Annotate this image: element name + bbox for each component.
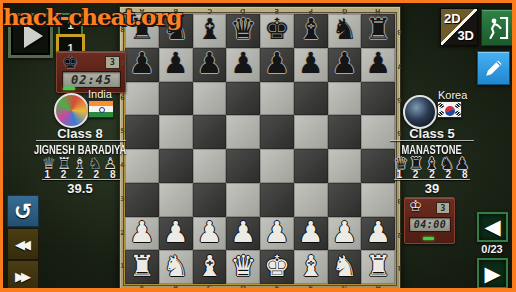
square-b7[interactable]: ♟: [159, 48, 193, 82]
square-e3[interactable]: [260, 183, 294, 217]
square-g3[interactable]: [328, 183, 362, 217]
piece-e2: ♟: [264, 218, 290, 247]
rank-label-6: 6: [397, 82, 402, 116]
square-e2[interactable]: ♟: [260, 217, 294, 251]
rank-label-3: 3: [397, 183, 402, 217]
piece-c1: ♝: [196, 252, 222, 281]
square-f5[interactable]: [294, 115, 328, 149]
piece-f2: ♟: [298, 218, 324, 247]
file-label-g: G: [328, 8, 362, 14]
rank-labels-left: 87654321: [120, 14, 125, 284]
file-label-e: E: [260, 8, 294, 14]
file-label-f: F: [294, 8, 328, 14]
square-d1[interactable]: ♛: [226, 250, 260, 284]
right-player-country: Korea: [438, 89, 467, 101]
square-h2[interactable]: ♟: [361, 217, 395, 251]
next-move-icon: ▶: [484, 262, 500, 286]
divider: [36, 140, 126, 141]
white-king-icon: ♔: [409, 199, 422, 214]
piece-c7: ♟: [196, 49, 222, 78]
fast-forward-icon: ▶▶: [15, 269, 27, 284]
file-label-b: B: [159, 285, 193, 291]
rewind-icon: ◀◀: [15, 237, 27, 252]
square-g4[interactable]: [328, 149, 362, 183]
left-player-class: Class 8: [30, 126, 130, 141]
trigram-icon: [438, 110, 444, 116]
square-g6[interactable]: [328, 82, 362, 116]
piece-d8: ♛: [230, 15, 256, 44]
divider: [42, 179, 120, 180]
left-player-country: India: [88, 88, 112, 100]
trigram-icon: [455, 110, 461, 116]
rotate-board-button[interactable]: ↺: [7, 195, 39, 227]
file-label-a: A: [125, 285, 159, 291]
square-d3[interactable]: [226, 183, 260, 217]
india-flag: [88, 100, 114, 118]
square-f3[interactable]: [294, 183, 328, 217]
piece-a7: ♟: [129, 49, 155, 78]
square-e7[interactable]: ♟: [260, 48, 294, 82]
black-clock-time: 02:45: [62, 71, 121, 88]
rank-label-4: 4: [397, 149, 402, 183]
piece-f1: ♝: [298, 252, 324, 281]
square-g7[interactable]: ♟: [328, 48, 362, 82]
square-d8[interactable]: ♛: [226, 14, 260, 48]
white-clock-count: 3: [436, 202, 450, 214]
previous-move-icon: ◀: [484, 215, 500, 239]
square-e6[interactable]: [260, 82, 294, 116]
rank-label-2: 2: [120, 217, 125, 251]
square-e4[interactable]: [260, 149, 294, 183]
divider: [390, 140, 474, 141]
black-clock-count: 3: [105, 56, 120, 69]
square-b6[interactable]: [159, 82, 193, 116]
ashoka-chakra-icon: [99, 107, 105, 113]
square-d2[interactable]: ♟: [226, 217, 260, 251]
white-turn-led: [423, 237, 434, 240]
square-c7[interactable]: ♟: [193, 48, 227, 82]
piece-h2: ♟: [365, 218, 391, 247]
trigram-icon: [438, 102, 444, 108]
rank-label-5: 5: [397, 115, 402, 149]
fast-forward-button[interactable]: ▶▶: [7, 260, 39, 292]
piece-b2: ♟: [163, 218, 189, 247]
file-label-c: C: [193, 285, 227, 291]
piece-g8: ♞: [331, 15, 357, 44]
square-c3[interactable]: [193, 183, 227, 217]
white-clock-panel: ♔ 3 04:00: [404, 197, 455, 244]
square-h6[interactable]: [361, 82, 395, 116]
piece-d1: ♛: [230, 252, 256, 281]
square-e1[interactable]: ♚: [260, 250, 294, 284]
square-c4[interactable]: [193, 149, 227, 183]
square-f7[interactable]: ♟: [294, 48, 328, 82]
square-h1[interactable]: ♜: [361, 250, 395, 284]
rewind-button[interactable]: ◀◀: [7, 228, 39, 260]
square-d5[interactable]: [226, 115, 260, 149]
square-b5[interactable]: [159, 115, 193, 149]
square-c8[interactable]: ♝: [193, 14, 227, 48]
square-d7[interactable]: ♟: [226, 48, 260, 82]
exit-button[interactable]: [481, 9, 514, 46]
file-label-c: C: [193, 8, 227, 14]
rank-label-5: 5: [120, 115, 125, 149]
next-move-button[interactable]: ▶: [477, 258, 508, 289]
square-g8[interactable]: ♞: [328, 14, 362, 48]
piece-e1: ♚: [264, 252, 290, 281]
rank-label-4: 4: [120, 149, 125, 183]
square-c1[interactable]: ♝: [193, 250, 227, 284]
file-label-h: H: [361, 285, 395, 291]
square-g2[interactable]: ♟: [328, 217, 362, 251]
pencil-icon: [483, 57, 505, 79]
square-b4[interactable]: [159, 149, 193, 183]
exit-door-icon: [486, 15, 510, 41]
piece-f8: ♝: [298, 15, 324, 44]
korea-flag: [437, 101, 462, 118]
previous-move-button[interactable]: ◀: [477, 212, 508, 242]
file-label-d: D: [226, 285, 260, 291]
rank-label-6: 6: [120, 82, 125, 116]
file-label-g: G: [328, 285, 362, 291]
taegeuk-icon: [445, 106, 455, 116]
rank-label-3: 3: [120, 183, 125, 217]
piece-d2: ♟: [230, 218, 256, 247]
3d-label: 3D: [457, 28, 474, 43]
file-label-d: D: [226, 8, 260, 14]
piece-g7: ♟: [331, 49, 357, 78]
square-g5[interactable]: [328, 115, 362, 149]
square-a3[interactable]: [125, 183, 159, 217]
square-c6[interactable]: [193, 82, 227, 116]
rank-label-2: 2: [397, 217, 402, 251]
file-labels-bottom: ABCDEFGH: [125, 285, 395, 291]
square-f1[interactable]: ♝: [294, 250, 328, 284]
file-label-h: H: [361, 8, 395, 14]
left-player-avatar: [54, 93, 89, 128]
square-b2[interactable]: ♟: [159, 217, 193, 251]
piece-e7: ♟: [264, 49, 290, 78]
square-b1[interactable]: ♞: [159, 250, 193, 284]
piece-a1: ♜: [129, 252, 155, 281]
piece-b1: ♞: [163, 252, 189, 281]
rank-labels-right: 87654321: [397, 14, 402, 284]
square-b3[interactable]: [159, 183, 193, 217]
square-c2[interactable]: ♟: [193, 217, 227, 251]
square-c5[interactable]: [193, 115, 227, 149]
square-d6[interactable]: [226, 82, 260, 116]
square-a1[interactable]: ♜: [125, 250, 159, 284]
file-label-e: E: [260, 285, 294, 291]
chess-app-screen: ABCDEFGH 87654321 87654321 ABCDEFGH ♜♞♝♛…: [0, 0, 516, 292]
square-f6[interactable]: [294, 82, 328, 116]
black-king-icon: ♚: [62, 53, 78, 71]
watermark: hack-cheat.org: [3, 3, 182, 30]
square-a7[interactable]: ♟: [125, 48, 159, 82]
piece-a2: ♟: [129, 218, 155, 247]
piece-c8: ♝: [196, 15, 222, 44]
square-g1[interactable]: ♞: [328, 250, 362, 284]
divider: [394, 179, 470, 180]
piece-f7: ♟: [298, 49, 324, 78]
rank-label-7: 7: [397, 48, 402, 82]
square-a2[interactable]: ♟: [125, 217, 159, 251]
board-squares: ♜♞♝♛♚♝♞♜♟♟♟♟♟♟♟♟♟♟♟♟♟♟♟♟♜♞♝♛♚♝♞♜: [125, 14, 395, 284]
left-material-total: 39.5: [30, 181, 130, 196]
2d-label: 2D: [444, 11, 461, 26]
trigram-icon: [455, 102, 461, 108]
square-d4[interactable]: [226, 149, 260, 183]
piece-h7: ♟: [365, 49, 391, 78]
piece-e8: ♚: [264, 15, 290, 44]
move-counter: 0/23: [468, 243, 516, 255]
piece-d7: ♟: [230, 49, 256, 78]
rank-label-7: 7: [120, 48, 125, 82]
square-f4[interactable]: [294, 149, 328, 183]
piece-h8: ♜: [365, 15, 391, 44]
right-player-avatar: [403, 95, 437, 129]
square-a6[interactable]: [125, 82, 159, 116]
square-e8[interactable]: ♚: [260, 14, 294, 48]
rank-label-1: 1: [120, 250, 125, 284]
edit-button[interactable]: [477, 51, 510, 85]
square-f2[interactable]: ♟: [294, 217, 328, 251]
piece-b7: ♟: [163, 49, 189, 78]
piece-c2: ♟: [196, 218, 222, 247]
square-h7[interactable]: ♟: [361, 48, 395, 82]
piece-g2: ♟: [331, 218, 357, 247]
rotate-icon: ↺: [14, 199, 32, 224]
chess-board: ABCDEFGH 87654321 87654321 ABCDEFGH ♜♞♝♛…: [119, 6, 401, 290]
black-turn-led: [63, 87, 75, 90]
piece-g1: ♞: [331, 252, 357, 281]
file-label-f: F: [294, 285, 328, 291]
square-f8[interactable]: ♝: [294, 14, 328, 48]
2d-3d-toggle-button[interactable]: 2D 3D: [440, 8, 478, 46]
rank-label-1: 1: [397, 250, 402, 284]
rank-label-8: 8: [397, 14, 402, 48]
square-e5[interactable]: [260, 115, 294, 149]
white-clock-time: 04:00: [409, 217, 451, 232]
square-h8[interactable]: ♜: [361, 14, 395, 48]
piece-h1: ♜: [365, 252, 391, 281]
black-clock-panel: ♚ 3 02:45: [56, 51, 126, 93]
